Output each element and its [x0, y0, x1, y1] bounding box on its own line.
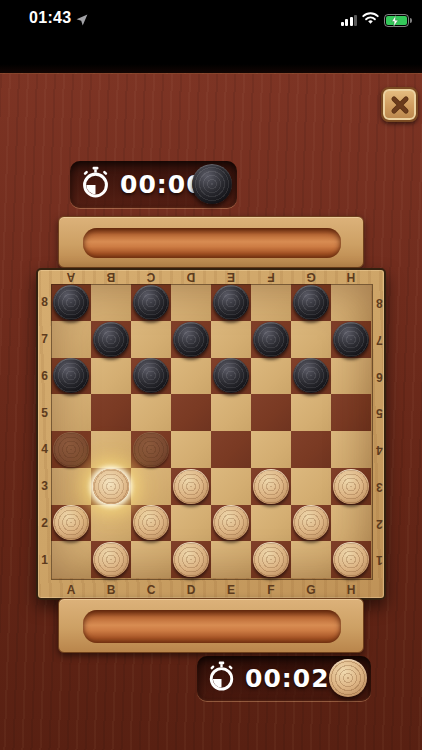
- rank-label-right-7: 7: [371, 321, 388, 358]
- stopwatch-icon: [80, 166, 111, 203]
- file-label-top-A: A: [51, 270, 91, 284]
- square-B2: [91, 505, 131, 542]
- white-checker-B1[interactable]: [93, 542, 129, 577]
- black-checker-A8[interactable]: [53, 285, 89, 320]
- square-C3: [131, 468, 171, 505]
- black-checker-G8[interactable]: [293, 285, 329, 320]
- square-C5: [131, 394, 171, 431]
- captured-pieces-tray-top: [58, 216, 364, 268]
- player-clock: 00:02: [245, 664, 330, 693]
- captured-pieces-tray-bottom: [58, 598, 364, 653]
- rank-label-right-3: 3: [371, 468, 388, 505]
- white-checker-H1[interactable]: [333, 542, 369, 577]
- player-timer-panel: 00:02: [197, 656, 371, 701]
- square-G6[interactable]: [291, 358, 331, 395]
- square-H2: [331, 505, 371, 542]
- square-E3: [211, 468, 251, 505]
- square-H8: [331, 284, 371, 321]
- battery-charging-icon: [384, 14, 409, 27]
- square-E4[interactable]: [211, 431, 251, 468]
- location-arrow-icon: [76, 12, 88, 24]
- rank-label-left-5: 5: [38, 394, 51, 431]
- square-C1: [131, 541, 171, 578]
- file-label-top-H: H: [331, 270, 371, 284]
- square-C7: [131, 321, 171, 358]
- white-checker-H3[interactable]: [333, 469, 369, 504]
- black-checker-C6[interactable]: [133, 358, 169, 393]
- black-checker-E8[interactable]: [213, 285, 249, 320]
- file-label-top-C: C: [131, 270, 171, 284]
- status-icons: [341, 11, 410, 29]
- file-label-top-B: B: [91, 270, 131, 284]
- close-button[interactable]: [381, 87, 418, 122]
- file-label-top-E: E: [211, 270, 251, 284]
- rank-label-left-8: 8: [38, 284, 51, 321]
- square-B7[interactable]: [91, 321, 131, 358]
- square-E2[interactable]: [211, 505, 251, 542]
- rank-label-left-2: 2: [38, 505, 51, 542]
- square-E5: [211, 394, 251, 431]
- square-H5[interactable]: [331, 394, 371, 431]
- square-C2[interactable]: [131, 505, 171, 542]
- square-H1[interactable]: [331, 541, 371, 578]
- square-F3[interactable]: [251, 468, 291, 505]
- square-D6: [171, 358, 211, 395]
- cellular-signal-icon: [341, 15, 358, 26]
- wifi-icon: [362, 11, 379, 29]
- square-F5[interactable]: [251, 394, 291, 431]
- square-A8[interactable]: [51, 284, 91, 321]
- black-checker-A6[interactable]: [53, 358, 89, 393]
- square-B4: [91, 431, 131, 468]
- game-table: 00:00 AABBCCDDEEFFGGHH8877665544332211: [0, 73, 422, 750]
- square-C8[interactable]: [131, 284, 171, 321]
- checkers-app-screen: 01:43: [0, 0, 422, 750]
- file-label-top-D: D: [171, 270, 211, 284]
- square-D3[interactable]: [171, 468, 211, 505]
- status-bar: 01:43: [0, 0, 422, 73]
- square-G3: [291, 468, 331, 505]
- move-preview-ghost-C4[interactable]: [133, 432, 169, 467]
- white-checker-F1[interactable]: [253, 542, 289, 577]
- square-D2: [171, 505, 211, 542]
- rank-label-right-1: 1: [371, 541, 388, 578]
- square-F4: [251, 431, 291, 468]
- file-label-top-F: F: [251, 270, 291, 284]
- square-G2[interactable]: [291, 505, 331, 542]
- player-white-checker-icon: [329, 659, 367, 697]
- square-A3: [51, 468, 91, 505]
- tray-groove: [83, 228, 341, 258]
- opponent-timer-panel: 00:00: [70, 161, 237, 208]
- move-preview-ghost-A4[interactable]: [53, 432, 89, 467]
- rank-label-right-4: 4: [371, 431, 388, 468]
- square-B6: [91, 358, 131, 395]
- rank-label-right-5: 5: [371, 394, 388, 431]
- square-A2[interactable]: [51, 505, 91, 542]
- square-A1: [51, 541, 91, 578]
- square-A6[interactable]: [51, 358, 91, 395]
- tray-groove: [83, 610, 341, 643]
- square-H4: [331, 431, 371, 468]
- rank-label-left-1: 1: [38, 541, 51, 578]
- square-D4: [171, 431, 211, 468]
- black-checker-E6[interactable]: [213, 358, 249, 393]
- square-G4[interactable]: [291, 431, 331, 468]
- square-D7[interactable]: [171, 321, 211, 358]
- square-G7: [291, 321, 331, 358]
- opponent-black-checker-icon: [192, 164, 232, 204]
- square-F1[interactable]: [251, 541, 291, 578]
- square-B8: [91, 284, 131, 321]
- square-G1: [291, 541, 331, 578]
- square-F7[interactable]: [251, 321, 291, 358]
- black-checker-F7[interactable]: [253, 322, 289, 357]
- rank-label-right-2: 2: [371, 505, 388, 542]
- square-E8[interactable]: [211, 284, 251, 321]
- rank-label-right-8: 8: [371, 284, 388, 321]
- rank-label-left-7: 7: [38, 321, 51, 358]
- square-H7[interactable]: [331, 321, 371, 358]
- selected-white-checker-B3[interactable]: [93, 469, 129, 504]
- square-E6[interactable]: [211, 358, 251, 395]
- square-B3[interactable]: [91, 468, 131, 505]
- white-checker-C2[interactable]: [133, 505, 169, 540]
- square-F8: [251, 284, 291, 321]
- rank-label-left-3: 3: [38, 468, 51, 505]
- square-A5: [51, 394, 91, 431]
- white-checker-F3[interactable]: [253, 469, 289, 504]
- black-checker-D7[interactable]: [173, 322, 209, 357]
- square-D8: [171, 284, 211, 321]
- square-G8[interactable]: [291, 284, 331, 321]
- black-checker-C8[interactable]: [133, 285, 169, 320]
- white-checker-D3[interactable]: [173, 469, 209, 504]
- white-checker-A2[interactable]: [53, 505, 89, 540]
- white-checker-E2[interactable]: [213, 505, 249, 540]
- board-grid: AABBCCDDEEFFGGHH8877665544332211: [38, 270, 384, 598]
- square-F6: [251, 358, 291, 395]
- square-A7: [51, 321, 91, 358]
- square-A4[interactable]: [51, 431, 91, 468]
- black-checker-H7[interactable]: [333, 322, 369, 357]
- stopwatch-icon: [207, 661, 236, 696]
- rank-label-right-6: 6: [371, 358, 388, 395]
- square-B1[interactable]: [91, 541, 131, 578]
- square-E7: [211, 321, 251, 358]
- square-G5: [291, 394, 331, 431]
- white-checker-D1[interactable]: [173, 542, 209, 577]
- black-checker-G6[interactable]: [293, 358, 329, 393]
- square-E1: [211, 541, 251, 578]
- square-C4[interactable]: [131, 431, 171, 468]
- square-F2: [251, 505, 291, 542]
- square-D1[interactable]: [171, 541, 211, 578]
- file-label-top-G: G: [291, 270, 331, 284]
- rank-label-left-4: 4: [38, 431, 51, 468]
- square-D5[interactable]: [171, 394, 211, 431]
- white-checker-G2[interactable]: [293, 505, 329, 540]
- square-H6: [331, 358, 371, 395]
- square-C6[interactable]: [131, 358, 171, 395]
- checkers-board: AABBCCDDEEFFGGHH8877665544332211: [36, 268, 386, 600]
- black-checker-B7[interactable]: [93, 322, 129, 357]
- square-H3[interactable]: [331, 468, 371, 505]
- clock-time: 01:43: [29, 9, 71, 27]
- square-B5[interactable]: [91, 394, 131, 431]
- rank-label-left-6: 6: [38, 358, 51, 395]
